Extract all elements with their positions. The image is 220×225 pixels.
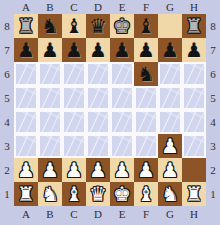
square-f1[interactable]: ♝ xyxy=(134,182,158,206)
rank-label-left-2: 2 xyxy=(0,158,14,182)
black-rook-h8[interactable]: ♜ xyxy=(185,14,203,38)
rank-label-left-1: 1 xyxy=(0,182,14,206)
square-a2[interactable]: ♟ xyxy=(14,158,38,182)
square-g7[interactable]: ♟ xyxy=(158,38,182,62)
square-f2[interactable]: ♟ xyxy=(134,158,158,182)
white-pawn-f2[interactable]: ♟ xyxy=(137,158,155,182)
black-rook-a8[interactable]: ♜ xyxy=(17,14,35,38)
chess-board: ABCDEFGH8♜♞♝♛♚♝♜87♟♟♟♟♟♟♟♟76♞655443♟32♟♟… xyxy=(0,0,220,225)
rank-label-right-8: 8 xyxy=(206,14,220,38)
square-c7[interactable]: ♟ xyxy=(62,38,86,62)
black-pawn-d7[interactable]: ♟ xyxy=(89,38,107,62)
file-label-top-g: G xyxy=(158,0,182,14)
black-pawn-b7[interactable]: ♟ xyxy=(41,38,59,62)
square-d3[interactable] xyxy=(86,134,110,158)
square-b6[interactable] xyxy=(38,62,62,86)
black-queen-d8[interactable]: ♛ xyxy=(89,14,107,38)
square-e4[interactable] xyxy=(110,110,134,134)
square-h6[interactable] xyxy=(182,62,206,86)
square-d8[interactable]: ♛ xyxy=(86,14,110,38)
square-f8[interactable]: ♝ xyxy=(134,14,158,38)
square-b3[interactable] xyxy=(38,134,62,158)
square-b2[interactable]: ♟ xyxy=(38,158,62,182)
square-c4[interactable] xyxy=(62,110,86,134)
square-a4[interactable] xyxy=(14,110,38,134)
square-e2[interactable]: ♟ xyxy=(110,158,134,182)
square-d1[interactable]: ♛ xyxy=(86,182,110,206)
rank-label-right-6: 6 xyxy=(206,62,220,86)
square-d5[interactable] xyxy=(86,86,110,110)
square-g5[interactable] xyxy=(158,86,182,110)
square-e5[interactable] xyxy=(110,86,134,110)
file-label-top-d: D xyxy=(86,0,110,14)
square-a5[interactable] xyxy=(14,86,38,110)
white-king-e1[interactable]: ♚ xyxy=(113,182,131,206)
file-label-bottom-e: E xyxy=(110,206,134,225)
square-f7[interactable]: ♟ xyxy=(134,38,158,62)
square-a3[interactable] xyxy=(14,134,38,158)
black-king-e8[interactable]: ♚ xyxy=(113,14,131,38)
file-label-top-e: E xyxy=(110,0,134,14)
rank-label-right-5: 5 xyxy=(206,86,220,110)
white-bishop-c1[interactable]: ♝ xyxy=(65,182,83,206)
file-label-top-b: B xyxy=(38,0,62,14)
board-corner-spacer xyxy=(0,206,14,225)
black-pawn-a7[interactable]: ♟ xyxy=(17,38,35,62)
black-knight-b8[interactable]: ♞ xyxy=(41,14,59,38)
square-d2[interactable]: ♟ xyxy=(86,158,110,182)
chess-app-window: ABCDEFGH8♜♞♝♛♚♝♜87♟♟♟♟♟♟♟♟76♞655443♟32♟♟… xyxy=(0,0,220,225)
square-f5[interactable] xyxy=(134,86,158,110)
square-g1[interactable]: ♞ xyxy=(158,182,182,206)
square-c6[interactable] xyxy=(62,62,86,86)
file-label-bottom-f: F xyxy=(134,206,158,225)
square-b4[interactable] xyxy=(38,110,62,134)
square-e3[interactable] xyxy=(110,134,134,158)
black-pawn-f7[interactable]: ♟ xyxy=(137,38,155,62)
square-a8[interactable]: ♜ xyxy=(14,14,38,38)
white-bishop-f1[interactable]: ♝ xyxy=(137,182,155,206)
white-pawn-b2[interactable]: ♟ xyxy=(41,158,59,182)
square-h7[interactable]: ♟ xyxy=(182,38,206,62)
file-label-bottom-g: G xyxy=(158,206,182,225)
square-h1[interactable]: ♜ xyxy=(182,182,206,206)
square-h3[interactable] xyxy=(182,134,206,158)
square-c5[interactable] xyxy=(62,86,86,110)
file-label-top-h: H xyxy=(182,0,206,14)
white-rook-h1[interactable]: ♜ xyxy=(185,182,203,206)
square-e6[interactable] xyxy=(110,62,134,86)
white-knight-b1[interactable]: ♞ xyxy=(41,182,59,206)
board-corner-spacer xyxy=(206,206,220,225)
file-label-bottom-c: C xyxy=(62,206,86,225)
rank-label-right-3: 3 xyxy=(206,134,220,158)
square-b1[interactable]: ♞ xyxy=(38,182,62,206)
square-h5[interactable] xyxy=(182,86,206,110)
black-bishop-c8[interactable]: ♝ xyxy=(65,14,83,38)
white-pawn-g3[interactable]: ♟ xyxy=(161,134,179,158)
rank-label-left-5: 5 xyxy=(0,86,14,110)
square-g4[interactable] xyxy=(158,110,182,134)
file-label-bottom-h: H xyxy=(182,206,206,225)
black-pawn-g7[interactable]: ♟ xyxy=(161,38,179,62)
square-c2[interactable]: ♟ xyxy=(62,158,86,182)
file-label-top-f: F xyxy=(134,0,158,14)
black-knight-f6[interactable]: ♞ xyxy=(137,62,155,86)
square-h4[interactable] xyxy=(182,110,206,134)
rank-label-left-3: 3 xyxy=(0,134,14,158)
square-f3[interactable] xyxy=(134,134,158,158)
black-pawn-c7[interactable]: ♟ xyxy=(65,38,83,62)
white-queen-d1[interactable]: ♛ xyxy=(89,182,107,206)
square-c1[interactable]: ♝ xyxy=(62,182,86,206)
white-pawn-d2[interactable]: ♟ xyxy=(89,158,107,182)
square-d4[interactable] xyxy=(86,110,110,134)
white-pawn-e2[interactable]: ♟ xyxy=(113,158,131,182)
square-a1[interactable]: ♜ xyxy=(14,182,38,206)
rank-label-left-6: 6 xyxy=(0,62,14,86)
square-d7[interactable]: ♟ xyxy=(86,38,110,62)
square-d6[interactable] xyxy=(86,62,110,86)
rank-label-left-8: 8 xyxy=(0,14,14,38)
square-e1[interactable]: ♚ xyxy=(110,182,134,206)
board-corner-spacer xyxy=(0,0,14,14)
white-pawn-g2[interactable]: ♟ xyxy=(161,158,179,182)
square-g2[interactable]: ♟ xyxy=(158,158,182,182)
white-pawn-c2[interactable]: ♟ xyxy=(65,158,83,182)
square-h2[interactable] xyxy=(182,158,206,182)
square-b8[interactable]: ♞ xyxy=(38,14,62,38)
square-h8[interactable]: ♜ xyxy=(182,14,206,38)
rank-label-right-1: 1 xyxy=(206,182,220,206)
rank-label-right-2: 2 xyxy=(206,158,220,182)
square-a7[interactable]: ♟ xyxy=(14,38,38,62)
file-label-bottom-a: A xyxy=(14,206,38,225)
square-c8[interactable]: ♝ xyxy=(62,14,86,38)
square-e7[interactable]: ♟ xyxy=(110,38,134,62)
white-rook-a1[interactable]: ♜ xyxy=(17,182,35,206)
rank-label-right-4: 4 xyxy=(206,110,220,134)
black-pawn-h7[interactable]: ♟ xyxy=(185,38,203,62)
square-b5[interactable] xyxy=(38,86,62,110)
file-label-top-a: A xyxy=(14,0,38,14)
square-g3[interactable]: ♟ xyxy=(158,134,182,158)
rank-label-left-4: 4 xyxy=(0,110,14,134)
square-g6[interactable] xyxy=(158,62,182,86)
file-label-bottom-b: B xyxy=(38,206,62,225)
square-f6[interactable]: ♞ xyxy=(134,62,158,86)
rank-label-left-7: 7 xyxy=(0,38,14,62)
file-label-bottom-d: D xyxy=(86,206,110,225)
square-g8[interactable] xyxy=(158,14,182,38)
black-bishop-f8[interactable]: ♝ xyxy=(137,14,155,38)
square-a6[interactable] xyxy=(14,62,38,86)
board-corner-spacer xyxy=(206,0,220,14)
square-f4[interactable] xyxy=(134,110,158,134)
square-c3[interactable] xyxy=(62,134,86,158)
rank-label-right-7: 7 xyxy=(206,38,220,62)
file-label-top-c: C xyxy=(62,0,86,14)
square-e8[interactable]: ♚ xyxy=(110,14,134,38)
black-pawn-e7[interactable]: ♟ xyxy=(113,38,131,62)
square-b7[interactable]: ♟ xyxy=(38,38,62,62)
white-pawn-a2[interactable]: ♟ xyxy=(17,158,35,182)
white-knight-g1[interactable]: ♞ xyxy=(161,182,179,206)
